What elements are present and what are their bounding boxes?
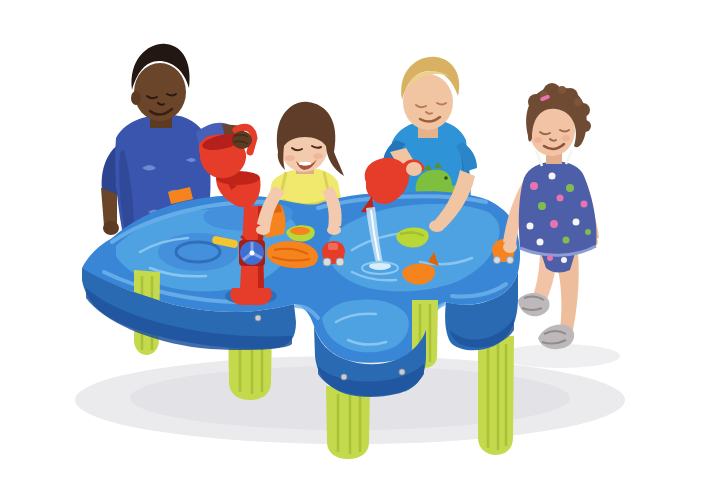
tower-base xyxy=(230,288,271,305)
girl-middle-cheek xyxy=(313,153,323,159)
girl-right xyxy=(503,83,599,349)
girl-middle-teeth xyxy=(299,162,311,165)
boy-center-hand-right xyxy=(429,220,445,232)
boy-left-hand-left xyxy=(103,221,119,235)
girl-right-hand-left xyxy=(503,241,517,253)
scene-illustration xyxy=(0,0,720,480)
red-tug-car xyxy=(322,241,345,266)
product-photo xyxy=(0,0,720,480)
table-leg-center xyxy=(326,386,370,459)
girl-right-swimsuit xyxy=(519,150,597,273)
girl-right-sandal-near xyxy=(518,293,550,316)
girl-middle-hand-right xyxy=(256,225,270,235)
girl-right-cheek xyxy=(562,135,570,141)
boy-left-forearm-left xyxy=(101,188,117,226)
boy-left-face xyxy=(134,63,186,121)
girl-middle-hand-left xyxy=(327,225,341,235)
table-leg-front-right xyxy=(478,334,514,455)
boy-left-hand-right xyxy=(232,131,252,149)
boy-left-ear xyxy=(131,91,141,105)
boy-center-hand-left xyxy=(406,162,422,176)
girl-middle-cheek xyxy=(285,155,295,161)
girl-right-cheek xyxy=(534,137,542,143)
